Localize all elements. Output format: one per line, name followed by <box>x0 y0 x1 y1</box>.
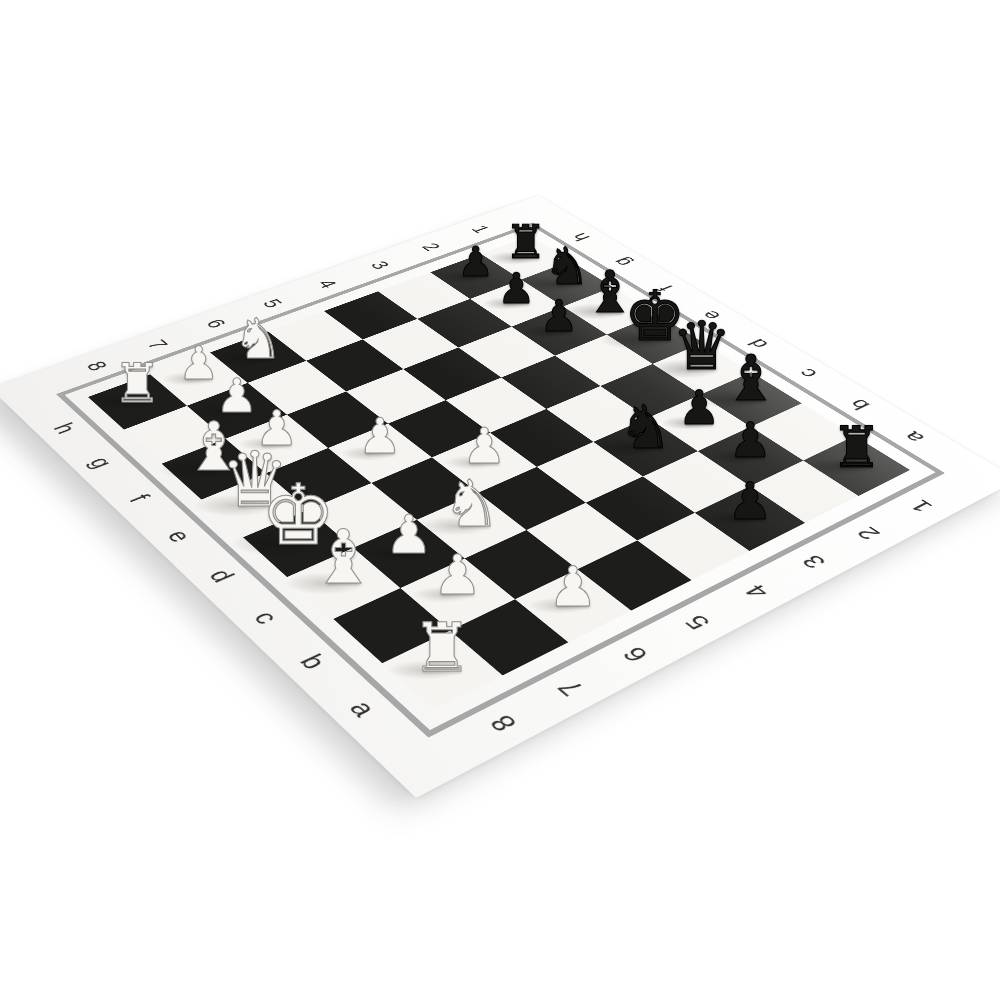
piece-white-rook-a8[interactable]: ♜ <box>408 614 476 682</box>
piece-white-pawn-d5[interactable]: ♟ <box>460 422 509 471</box>
piece-black-rook-a1[interactable]: ♜ <box>828 419 885 476</box>
piece-black-bishop-c1[interactable]: ♝ <box>719 347 782 410</box>
piece-black-pawn-a3[interactable]: ♟ <box>724 476 775 527</box>
piece-white-pawn-b7[interactable]: ♟ <box>430 548 485 603</box>
piece-black-pawn-c2[interactable]: ♟ <box>676 384 723 431</box>
piece-white-rook-h8[interactable]: ♜ <box>110 357 164 411</box>
piece-white-bishop-c8[interactable]: ♝ <box>306 521 381 596</box>
piece-white-knight-c6[interactable]: ♞ <box>439 472 504 537</box>
piece-white-pawn-e6[interactable]: ♟ <box>355 413 404 462</box>
piece-white-knight-h6[interactable]: ♞ <box>230 311 286 367</box>
piece-black-pawn-b2[interactable]: ♟ <box>726 416 775 465</box>
piece-white-pawn-c7[interactable]: ♟ <box>382 509 435 562</box>
piece-black-pawn-h2[interactable]: ♟ <box>455 242 496 283</box>
piece-black-pawn-f2[interactable]: ♟ <box>537 295 580 338</box>
piece-black-pawn-g2[interactable]: ♟ <box>495 268 537 310</box>
piece-white-pawn-a6[interactable]: ♟ <box>545 559 601 615</box>
product-photo-scene: 11hh22gg33ff44ee55dd66cc77bb88aa ♜♟♞♟♝♟♚… <box>0 0 1000 1000</box>
piece-black-knight-c3[interactable]: ♞ <box>615 397 675 457</box>
